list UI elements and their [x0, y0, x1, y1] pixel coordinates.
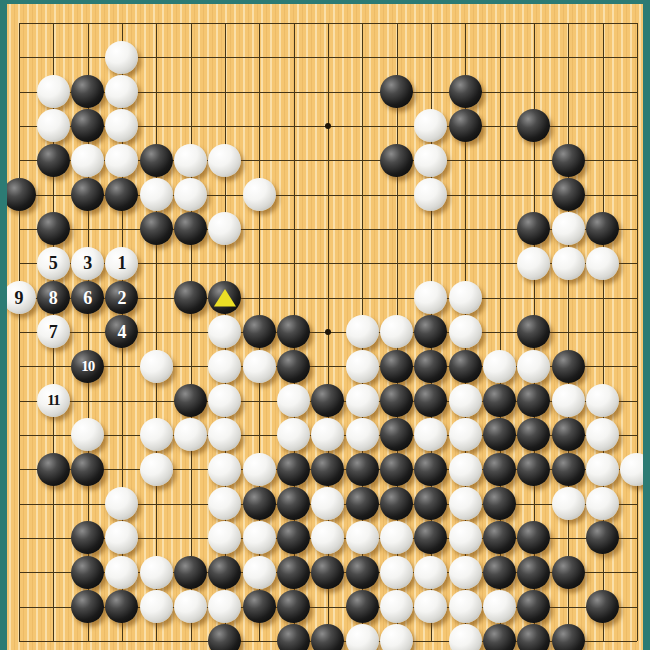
white-stone[interactable]: [208, 521, 241, 554]
move-number-label: 8: [49, 289, 58, 307]
white-stone[interactable]: [449, 281, 482, 314]
black-stone[interactable]: [71, 521, 104, 554]
white-stone[interactable]: [243, 521, 276, 554]
grid-line-vertical: [568, 23, 569, 641]
black-stone[interactable]: [552, 453, 585, 486]
move-number-label: 6: [83, 289, 92, 307]
white-stone[interactable]: [483, 350, 516, 383]
white-stone[interactable]: [414, 178, 447, 211]
move-number-label: 11: [47, 393, 59, 408]
black-stone[interactable]: [277, 521, 310, 554]
white-stone[interactable]: 11: [37, 384, 70, 417]
black-stone[interactable]: [140, 212, 173, 245]
black-stone[interactable]: [346, 556, 379, 589]
black-stone[interactable]: [517, 624, 550, 650]
white-stone[interactable]: [208, 418, 241, 451]
black-stone[interactable]: 8: [37, 281, 70, 314]
black-stone[interactable]: [380, 453, 413, 486]
black-stone[interactable]: [517, 521, 550, 554]
black-stone[interactable]: [243, 315, 276, 348]
black-stone[interactable]: [311, 556, 344, 589]
star-point: [325, 123, 331, 129]
black-stone[interactable]: 4: [105, 315, 138, 348]
white-stone[interactable]: 3: [71, 247, 104, 280]
black-stone[interactable]: [586, 590, 619, 623]
white-stone[interactable]: 9: [3, 281, 36, 314]
move-number-label: 7: [49, 323, 58, 341]
black-stone[interactable]: [380, 75, 413, 108]
white-stone[interactable]: [105, 109, 138, 142]
black-stone[interactable]: [517, 453, 550, 486]
black-stone[interactable]: [517, 384, 550, 417]
black-stone[interactable]: [380, 144, 413, 177]
window-edge-right: [643, 0, 650, 650]
white-stone[interactable]: [380, 590, 413, 623]
white-stone[interactable]: [449, 521, 482, 554]
black-stone[interactable]: [380, 350, 413, 383]
white-stone[interactable]: [449, 384, 482, 417]
black-stone[interactable]: [517, 212, 550, 245]
white-stone[interactable]: [243, 350, 276, 383]
black-stone[interactable]: [277, 487, 310, 520]
white-stone[interactable]: [277, 418, 310, 451]
black-stone[interactable]: [483, 453, 516, 486]
black-stone[interactable]: [517, 418, 550, 451]
white-stone[interactable]: [37, 75, 70, 108]
white-stone[interactable]: [71, 144, 104, 177]
black-stone[interactable]: [517, 315, 550, 348]
black-stone[interactable]: [552, 350, 585, 383]
move-number-label: 2: [117, 289, 126, 307]
white-stone[interactable]: [414, 556, 447, 589]
white-stone[interactable]: [586, 247, 619, 280]
white-stone[interactable]: [449, 487, 482, 520]
black-stone[interactable]: [414, 521, 447, 554]
white-stone[interactable]: [346, 350, 379, 383]
black-stone[interactable]: [586, 212, 619, 245]
black-stone[interactable]: [449, 75, 482, 108]
white-stone[interactable]: [140, 350, 173, 383]
black-stone[interactable]: [414, 453, 447, 486]
white-stone[interactable]: [552, 384, 585, 417]
black-stone[interactable]: [277, 315, 310, 348]
black-stone[interactable]: [586, 521, 619, 554]
move-number-label: 9: [15, 289, 24, 307]
black-stone[interactable]: [449, 350, 482, 383]
black-stone[interactable]: [414, 350, 447, 383]
white-stone[interactable]: [140, 453, 173, 486]
white-stone[interactable]: [552, 212, 585, 245]
white-stone[interactable]: [586, 487, 619, 520]
white-stone[interactable]: [380, 521, 413, 554]
white-stone[interactable]: [346, 315, 379, 348]
black-stone[interactable]: 6: [71, 281, 104, 314]
white-stone[interactable]: [380, 556, 413, 589]
white-stone[interactable]: [380, 624, 413, 650]
white-stone[interactable]: [414, 590, 447, 623]
white-stone[interactable]: [380, 315, 413, 348]
white-stone[interactable]: [105, 41, 138, 74]
black-stone[interactable]: [208, 624, 241, 650]
white-stone[interactable]: [208, 487, 241, 520]
move-number-label: 10: [81, 359, 94, 374]
black-stone[interactable]: [71, 556, 104, 589]
white-stone[interactable]: [449, 418, 482, 451]
white-stone[interactable]: [311, 521, 344, 554]
black-stone[interactable]: [414, 384, 447, 417]
white-stone[interactable]: [414, 281, 447, 314]
black-stone[interactable]: [311, 453, 344, 486]
black-stone[interactable]: [517, 109, 550, 142]
black-stone[interactable]: [552, 418, 585, 451]
black-stone[interactable]: [277, 350, 310, 383]
white-stone[interactable]: [140, 418, 173, 451]
white-stone[interactable]: [243, 453, 276, 486]
go-app-window: 5319862741011: [0, 0, 650, 650]
black-stone[interactable]: [311, 624, 344, 650]
black-stone[interactable]: [71, 178, 104, 211]
white-stone[interactable]: [208, 315, 241, 348]
black-stone[interactable]: [71, 453, 104, 486]
white-stone[interactable]: [586, 453, 619, 486]
black-stone[interactable]: [105, 590, 138, 623]
white-stone[interactable]: [517, 247, 550, 280]
black-stone[interactable]: [483, 521, 516, 554]
black-stone[interactable]: [243, 590, 276, 623]
white-stone[interactable]: 7: [37, 315, 70, 348]
move-number-label: 1: [117, 254, 126, 272]
black-stone[interactable]: [380, 418, 413, 451]
black-stone[interactable]: [552, 556, 585, 589]
white-stone[interactable]: [71, 418, 104, 451]
black-stone[interactable]: [483, 556, 516, 589]
black-stone[interactable]: [277, 453, 310, 486]
white-stone[interactable]: [105, 521, 138, 554]
white-stone[interactable]: [105, 144, 138, 177]
white-stone[interactable]: [208, 350, 241, 383]
white-stone[interactable]: [346, 521, 379, 554]
black-stone[interactable]: [483, 487, 516, 520]
black-stone[interactable]: [208, 556, 241, 589]
white-stone[interactable]: [105, 75, 138, 108]
black-stone[interactable]: [243, 487, 276, 520]
white-stone[interactable]: [586, 384, 619, 417]
window-edge-top: [0, 0, 650, 4]
black-stone[interactable]: [208, 281, 241, 314]
white-stone[interactable]: [208, 453, 241, 486]
white-stone[interactable]: [311, 487, 344, 520]
white-stone[interactable]: [586, 418, 619, 451]
black-stone[interactable]: [71, 75, 104, 108]
move-number-label: 3: [83, 254, 92, 272]
window-edge-left: [0, 0, 7, 650]
black-stone[interactable]: [71, 590, 104, 623]
white-stone[interactable]: [346, 384, 379, 417]
black-stone[interactable]: [346, 487, 379, 520]
white-stone[interactable]: [552, 487, 585, 520]
black-stone[interactable]: [483, 384, 516, 417]
black-stone[interactable]: [37, 453, 70, 486]
black-stone[interactable]: [37, 212, 70, 245]
white-stone[interactable]: [174, 178, 207, 211]
white-stone[interactable]: [311, 418, 344, 451]
black-stone[interactable]: [174, 556, 207, 589]
white-stone[interactable]: [517, 350, 550, 383]
white-stone[interactable]: [449, 590, 482, 623]
white-stone[interactable]: [243, 178, 276, 211]
white-stone[interactable]: [208, 144, 241, 177]
white-stone[interactable]: [277, 384, 310, 417]
white-stone[interactable]: [346, 624, 379, 650]
white-stone[interactable]: [208, 384, 241, 417]
black-stone[interactable]: [105, 178, 138, 211]
grid-line-vertical: [637, 23, 638, 641]
black-stone[interactable]: [414, 487, 447, 520]
white-stone[interactable]: [174, 418, 207, 451]
black-stone[interactable]: [277, 590, 310, 623]
white-stone[interactable]: [140, 556, 173, 589]
white-stone[interactable]: [414, 144, 447, 177]
black-stone[interactable]: [380, 487, 413, 520]
black-stone[interactable]: [3, 178, 36, 211]
triangle-marker-icon: [213, 288, 237, 307]
black-stone[interactable]: [483, 624, 516, 650]
white-stone[interactable]: [105, 487, 138, 520]
black-stone[interactable]: [346, 590, 379, 623]
black-stone[interactable]: [552, 178, 585, 211]
white-stone[interactable]: [105, 556, 138, 589]
white-stone[interactable]: [208, 212, 241, 245]
white-stone[interactable]: [449, 556, 482, 589]
black-stone[interactable]: 2: [105, 281, 138, 314]
move-number-label: 5: [49, 254, 58, 272]
white-stone[interactable]: [140, 178, 173, 211]
white-stone[interactable]: [449, 315, 482, 348]
go-board[interactable]: 5319862741011: [0, 0, 650, 650]
star-point: [325, 329, 331, 335]
white-stone[interactable]: [208, 590, 241, 623]
black-stone[interactable]: [483, 418, 516, 451]
black-stone[interactable]: [140, 144, 173, 177]
black-stone[interactable]: [174, 212, 207, 245]
white-stone[interactable]: [174, 590, 207, 623]
white-stone[interactable]: [243, 556, 276, 589]
white-stone[interactable]: [37, 109, 70, 142]
white-stone[interactable]: [449, 453, 482, 486]
black-stone[interactable]: [552, 144, 585, 177]
black-stone[interactable]: [414, 315, 447, 348]
white-stone[interactable]: [174, 144, 207, 177]
white-stone[interactable]: [346, 418, 379, 451]
black-stone[interactable]: [311, 384, 344, 417]
white-stone[interactable]: [449, 624, 482, 650]
black-stone[interactable]: [380, 384, 413, 417]
black-stone[interactable]: [174, 281, 207, 314]
black-stone[interactable]: [552, 624, 585, 650]
white-stone[interactable]: 1: [105, 247, 138, 280]
white-stone[interactable]: [552, 247, 585, 280]
black-stone[interactable]: [37, 144, 70, 177]
black-stone[interactable]: [277, 624, 310, 650]
black-stone[interactable]: [517, 556, 550, 589]
black-stone[interactable]: [277, 556, 310, 589]
move-number-label: 4: [117, 323, 126, 341]
black-stone[interactable]: [71, 109, 104, 142]
black-stone[interactable]: 10: [71, 350, 104, 383]
white-stone[interactable]: [414, 418, 447, 451]
black-stone[interactable]: [449, 109, 482, 142]
white-stone[interactable]: [140, 590, 173, 623]
black-stone[interactable]: [517, 590, 550, 623]
black-stone[interactable]: [174, 384, 207, 417]
white-stone[interactable]: [483, 590, 516, 623]
black-stone[interactable]: [346, 453, 379, 486]
white-stone[interactable]: 5: [37, 247, 70, 280]
white-stone[interactable]: [414, 109, 447, 142]
